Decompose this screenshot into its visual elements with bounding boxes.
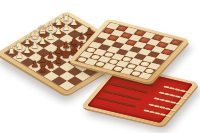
- stored-piece-dark: [146, 83, 154, 86]
- product-photo-scene: ♜♟♟♜♞♟♟♞♝♟♟♝♛♟♟♛♚♟♟♚♝♟♟♝♞♟♟♞♜♟♟♜: [0, 0, 200, 133]
- stored-piece-dark: [141, 90, 149, 93]
- tray-row: [153, 97, 182, 105]
- stored-piece-dark: [129, 104, 137, 107]
- stored-piece-light: [165, 114, 172, 117]
- stored-piece-light: [170, 109, 177, 112]
- tray-row: [97, 97, 137, 108]
- stored-piece-light: [185, 91, 192, 94]
- tray-row: [143, 109, 172, 117]
- stored-piece-light: [180, 97, 187, 100]
- tray-row: [158, 92, 187, 100]
- tray-row: [163, 86, 192, 94]
- stored-piece-dark: [135, 97, 143, 100]
- tray-row: [148, 103, 177, 111]
- stored-piece-light: [175, 103, 182, 106]
- checkers-square: [138, 72, 151, 79]
